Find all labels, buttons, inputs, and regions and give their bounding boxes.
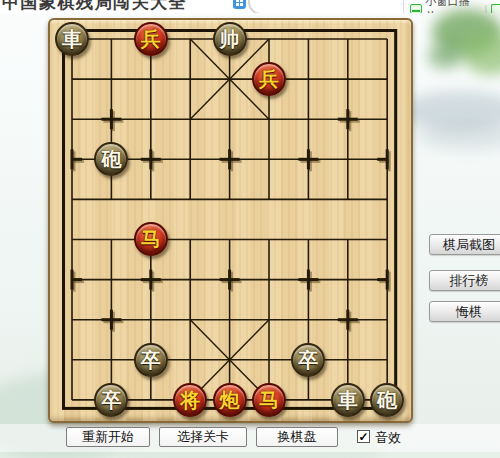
board-pieces: 車兵帅兵砲马卒卒卒将炮马車砲 <box>52 19 407 420</box>
piece-将[interactable]: 将 <box>173 383 207 417</box>
foliage-decoration <box>428 43 462 69</box>
app-grid-icon <box>233 0 246 9</box>
page-title: 中国象棋残局闯关大全 <box>2 0 187 14</box>
piece-马[interactable]: 马 <box>252 383 286 417</box>
piece-兵[interactable]: 兵 <box>134 22 168 56</box>
sound-checkbox[interactable]: ✓ <box>357 430 370 443</box>
select-level-button[interactable]: 选择关卡 <box>159 427 247 447</box>
piece-車[interactable]: 車 <box>55 22 89 56</box>
board-screenshot-button[interactable]: 棋局截图 <box>429 234 500 255</box>
piece-砲[interactable]: 砲 <box>94 142 128 176</box>
sound-label: 音效 <box>375 429 401 447</box>
undo-move-button[interactable]: 悔棋 <box>429 301 500 322</box>
leaderboard-button[interactable]: 排行榜 <box>429 270 500 291</box>
piece-卒[interactable]: 卒 <box>134 343 168 377</box>
piece-車[interactable]: 車 <box>331 383 365 417</box>
piece-帅[interactable]: 帅 <box>213 22 247 56</box>
piece-砲[interactable]: 砲 <box>370 383 404 417</box>
cloud-decoration <box>418 121 500 151</box>
piece-卒[interactable]: 卒 <box>291 343 325 377</box>
restart-button[interactable]: 重新开始 <box>66 427 150 447</box>
piece-卒[interactable]: 卒 <box>94 383 128 417</box>
xiangqi-board[interactable]: 車兵帅兵砲马卒卒卒将炮马車砲 <box>48 18 413 423</box>
piece-炮[interactable]: 炮 <box>213 383 247 417</box>
change-board-button[interactable]: 换棋盘 <box>256 427 338 447</box>
checkmark-icon: ✓ <box>358 431 368 443</box>
piece-兵[interactable]: 兵 <box>252 62 286 96</box>
piece-马[interactable]: 马 <box>134 222 168 256</box>
